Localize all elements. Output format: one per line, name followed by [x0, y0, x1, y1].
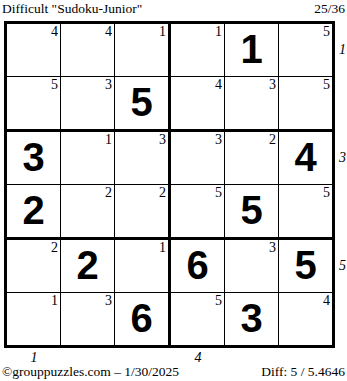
cell-r1c4[interactable]: 1: [171, 24, 225, 77]
cell-r5c3[interactable]: 1: [115, 240, 171, 293]
given-digit: 2: [76, 245, 98, 285]
grid-row-2: 535435: [7, 77, 332, 132]
pencil-mark: 1: [105, 132, 112, 147]
copyright-text: ©grouppuzzles.com – 1/30/2025: [2, 364, 179, 380]
cell-r4c4[interactable]: 5: [171, 185, 225, 240]
pencil-mark: 5: [323, 185, 330, 200]
cell-r1c1[interactable]: 4: [7, 24, 61, 77]
cell-r3c2[interactable]: 1: [61, 132, 115, 185]
given-digit: 3: [240, 298, 262, 338]
pencil-mark: 2: [269, 132, 276, 147]
cell-r2c3[interactable]: 5: [115, 77, 171, 132]
cell-r3c4[interactable]: 3: [171, 132, 225, 185]
pencil-mark: 4: [51, 24, 58, 39]
cell-r2c4[interactable]: 4: [171, 77, 225, 132]
grid-row-4: 222555: [7, 185, 332, 240]
cell-r5c4[interactable]: 6: [171, 240, 225, 293]
cell-r3c3[interactable]: 3: [115, 132, 171, 185]
cell-r4c5[interactable]: 5: [225, 185, 279, 240]
cell-r1c5[interactable]: 1: [225, 24, 279, 77]
row-label-3: 3: [339, 150, 346, 166]
cell-r1c3[interactable]: 1: [115, 24, 171, 77]
row-label-1: 1: [339, 42, 346, 58]
cell-r3c6[interactable]: 4: [279, 132, 332, 185]
cell-r5c2[interactable]: 2: [61, 240, 115, 293]
pencil-mark: 5: [215, 185, 222, 200]
cell-r2c1[interactable]: 5: [7, 77, 61, 132]
pencil-mark: 3: [269, 240, 276, 255]
cell-r2c2[interactable]: 3: [61, 77, 115, 132]
footer: ©grouppuzzles.com – 1/30/2025 Diff: 5 / …: [2, 364, 345, 380]
pencil-mark: 2: [105, 185, 112, 200]
cell-r6c3[interactable]: 6: [115, 293, 171, 345]
pencil-mark: 5: [51, 77, 58, 92]
cell-r2c6[interactable]: 5: [279, 77, 332, 132]
given-digit: 3: [22, 137, 44, 177]
pencil-mark: 1: [159, 240, 166, 255]
difficulty-text: Diff: 5 / 5.4646: [261, 364, 345, 380]
header: Difficult "Sudoku-Junior" 25/36: [2, 1, 345, 19]
pencil-mark: 2: [159, 185, 166, 200]
pencil-mark: 3: [159, 132, 166, 147]
cell-r4c1[interactable]: 2: [7, 185, 61, 240]
sudoku-grid: 441115535435313324222555221635136534: [4, 21, 335, 348]
grid-row-1: 441115: [7, 24, 332, 77]
puzzle-title: Difficult "Sudoku-Junior": [2, 1, 142, 17]
given-digit: 1: [240, 29, 262, 69]
pencil-mark: 5: [323, 24, 330, 39]
cell-r3c1[interactable]: 3: [7, 132, 61, 185]
pencil-mark: 3: [269, 77, 276, 92]
cell-r6c6[interactable]: 4: [279, 293, 332, 345]
row-label-5: 5: [339, 258, 346, 274]
cell-r3c5[interactable]: 2: [225, 132, 279, 185]
pencil-mark: 3: [215, 132, 222, 147]
pencil-mark: 2: [51, 240, 58, 255]
cell-r4c3[interactable]: 2: [115, 185, 171, 240]
grid-row-6: 136534: [7, 293, 332, 345]
pencil-mark: 3: [105, 77, 112, 92]
grid-row-3: 313324: [7, 132, 332, 185]
cell-r2c5[interactable]: 3: [225, 77, 279, 132]
grid-row-5: 221635: [7, 240, 332, 293]
given-digit: 5: [130, 82, 152, 122]
pencil-mark: 3: [105, 293, 112, 308]
given-digit: 5: [294, 245, 316, 285]
given-digit: 6: [130, 298, 152, 338]
cell-r4c6[interactable]: 5: [279, 185, 332, 240]
cell-r5c6[interactable]: 5: [279, 240, 332, 293]
pencil-mark: 1: [159, 24, 166, 39]
pencil-mark: 4: [215, 77, 222, 92]
pencil-mark: 1: [51, 293, 58, 308]
given-digit: 5: [240, 190, 262, 230]
cell-r4c2[interactable]: 2: [61, 185, 115, 240]
puzzle-page: Difficult "Sudoku-Junior" 25/36 44111553…: [0, 0, 347, 381]
cells-remaining-counter: 25/36: [314, 1, 345, 17]
pencil-mark: 5: [215, 293, 222, 308]
cell-r6c4[interactable]: 5: [171, 293, 225, 345]
given-digit: 2: [22, 190, 44, 230]
cell-r6c5[interactable]: 3: [225, 293, 279, 345]
cell-r6c1[interactable]: 1: [7, 293, 61, 345]
cell-r5c1[interactable]: 2: [7, 240, 61, 293]
given-digit: 6: [186, 245, 208, 285]
cell-r1c2[interactable]: 4: [61, 24, 115, 77]
cell-r6c2[interactable]: 3: [61, 293, 115, 345]
given-digit: 4: [294, 137, 316, 177]
pencil-mark: 1: [215, 24, 222, 39]
cell-r5c5[interactable]: 3: [225, 240, 279, 293]
pencil-mark: 4: [105, 24, 112, 39]
pencil-mark: 4: [323, 293, 330, 308]
pencil-mark: 5: [323, 77, 330, 92]
cell-r1c6[interactable]: 5: [279, 24, 332, 77]
